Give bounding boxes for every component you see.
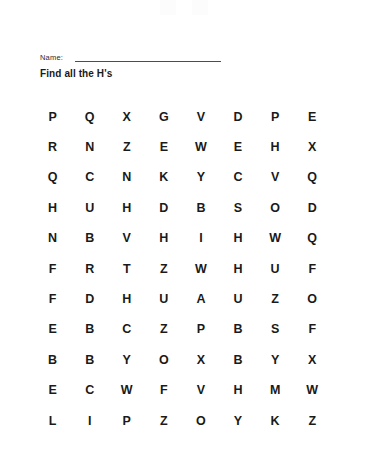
grid-cell-r8c7[interactable]: S — [257, 314, 294, 344]
grid-cell-r5c8[interactable]: Q — [294, 223, 331, 253]
grid-cell-r5c5[interactable]: I — [182, 223, 219, 253]
grid-cell-r8c2[interactable]: B — [71, 314, 108, 344]
grid-cell-r1c6[interactable]: D — [219, 102, 256, 132]
grid-cell-r6c3[interactable]: T — [108, 253, 145, 283]
grid-cell-r4c4[interactable]: D — [145, 193, 182, 223]
grid-cell-r4c5[interactable]: B — [182, 193, 219, 223]
worksheet-page: Name: Find all the H's PQXGVDPERNZEWEHXQ… — [0, 0, 370, 476]
grid-cell-r8c6[interactable]: B — [219, 314, 256, 344]
grid-cell-r6c6[interactable]: H — [219, 253, 256, 283]
grid-cell-r5c7[interactable]: W — [257, 223, 294, 253]
faint-logo-block-right — [192, 0, 208, 15]
grid-cell-r7c5[interactable]: A — [182, 284, 219, 314]
grid-cell-r3c5[interactable]: Y — [182, 162, 219, 192]
grid-cell-r9c4[interactable]: O — [145, 345, 182, 375]
grid-cell-r9c6[interactable]: B — [219, 345, 256, 375]
grid-cell-r9c2[interactable]: B — [71, 345, 108, 375]
grid-cell-r3c2[interactable]: C — [71, 162, 108, 192]
grid-cell-r10c2[interactable]: C — [71, 375, 108, 405]
grid-cell-r11c1[interactable]: L — [34, 405, 71, 435]
grid-cell-r3c6[interactable]: C — [219, 162, 256, 192]
grid-cell-r1c4[interactable]: G — [145, 102, 182, 132]
grid-cell-r4c8[interactable]: D — [294, 193, 331, 223]
word-search-grid: PQXGVDPERNZEWEHXQCNKYCVQHUHDBSODNBVHIHWQ… — [34, 102, 331, 436]
grid-cell-r11c5[interactable]: O — [182, 405, 219, 435]
grid-cell-r7c7[interactable]: Z — [257, 284, 294, 314]
grid-cell-r11c7[interactable]: K — [257, 405, 294, 435]
name-input-line[interactable] — [75, 61, 221, 62]
grid-cell-r2c1[interactable]: R — [34, 132, 71, 162]
name-label: Name: — [40, 53, 63, 62]
grid-cell-r8c1[interactable]: E — [34, 314, 71, 344]
grid-cell-r6c5[interactable]: W — [182, 253, 219, 283]
grid-cell-r2c6[interactable]: E — [219, 132, 256, 162]
grid-cell-r5c2[interactable]: B — [71, 223, 108, 253]
grid-cell-r6c1[interactable]: F — [34, 253, 71, 283]
grid-cell-r6c8[interactable]: F — [294, 253, 331, 283]
grid-cell-r4c1[interactable]: H — [34, 193, 71, 223]
grid-cell-r9c5[interactable]: X — [182, 345, 219, 375]
grid-cell-r3c8[interactable]: Q — [294, 162, 331, 192]
grid-cell-r10c1[interactable]: E — [34, 375, 71, 405]
grid-cell-r10c4[interactable]: F — [145, 375, 182, 405]
grid-cell-r7c3[interactable]: H — [108, 284, 145, 314]
grid-cell-r10c3[interactable]: W — [108, 375, 145, 405]
grid-cell-r10c5[interactable]: V — [182, 375, 219, 405]
grid-cell-r3c1[interactable]: Q — [34, 162, 71, 192]
grid-cell-r10c6[interactable]: H — [219, 375, 256, 405]
faint-logo-block-left — [160, 0, 176, 15]
grid-cell-r4c7[interactable]: O — [257, 193, 294, 223]
grid-cell-r5c3[interactable]: V — [108, 223, 145, 253]
grid-cell-r11c8[interactable]: Z — [294, 405, 331, 435]
grid-cell-r5c4[interactable]: H — [145, 223, 182, 253]
grid-cell-r8c5[interactable]: P — [182, 314, 219, 344]
grid-cell-r6c2[interactable]: R — [71, 253, 108, 283]
grid-cell-r5c1[interactable]: N — [34, 223, 71, 253]
grid-cell-r2c2[interactable]: N — [71, 132, 108, 162]
grid-cell-r11c2[interactable]: I — [71, 405, 108, 435]
grid-cell-r7c8[interactable]: O — [294, 284, 331, 314]
grid-cell-r8c8[interactable]: F — [294, 314, 331, 344]
instruction-text: Find all the H's — [40, 68, 112, 79]
grid-cell-r4c2[interactable]: U — [71, 193, 108, 223]
grid-cell-r2c3[interactable]: Z — [108, 132, 145, 162]
grid-cell-r7c6[interactable]: U — [219, 284, 256, 314]
grid-cell-r3c7[interactable]: V — [257, 162, 294, 192]
grid-cell-r6c7[interactable]: U — [257, 253, 294, 283]
grid-cell-r1c5[interactable]: V — [182, 102, 219, 132]
grid-cell-r11c6[interactable]: Y — [219, 405, 256, 435]
grid-cell-r10c7[interactable]: M — [257, 375, 294, 405]
grid-cell-r11c4[interactable]: Z — [145, 405, 182, 435]
grid-cell-r9c8[interactable]: X — [294, 345, 331, 375]
grid-cell-r11c3[interactable]: P — [108, 405, 145, 435]
grid-cell-r2c5[interactable]: W — [182, 132, 219, 162]
grid-cell-r3c3[interactable]: N — [108, 162, 145, 192]
grid-cell-r5c6[interactable]: H — [219, 223, 256, 253]
grid-cell-r9c3[interactable]: Y — [108, 345, 145, 375]
grid-cell-r9c7[interactable]: Y — [257, 345, 294, 375]
grid-cell-r2c4[interactable]: E — [145, 132, 182, 162]
grid-cell-r8c4[interactable]: Z — [145, 314, 182, 344]
grid-cell-r1c8[interactable]: E — [294, 102, 331, 132]
grid-cell-r8c3[interactable]: C — [108, 314, 145, 344]
grid-cell-r1c1[interactable]: P — [34, 102, 71, 132]
grid-cell-r2c8[interactable]: X — [294, 132, 331, 162]
grid-cell-r1c3[interactable]: X — [108, 102, 145, 132]
grid-cell-r9c1[interactable]: B — [34, 345, 71, 375]
grid-cell-r4c3[interactable]: H — [108, 193, 145, 223]
grid-cell-r1c2[interactable]: Q — [71, 102, 108, 132]
grid-cell-r7c2[interactable]: D — [71, 284, 108, 314]
grid-cell-r3c4[interactable]: K — [145, 162, 182, 192]
grid-cell-r7c4[interactable]: U — [145, 284, 182, 314]
name-row: Name: — [40, 46, 63, 62]
grid-cell-r10c8[interactable]: W — [294, 375, 331, 405]
grid-cell-r2c7[interactable]: H — [257, 132, 294, 162]
grid-cell-r1c7[interactable]: P — [257, 102, 294, 132]
grid-cell-r6c4[interactable]: Z — [145, 253, 182, 283]
grid-cell-r4c6[interactable]: S — [219, 193, 256, 223]
grid-cell-r7c1[interactable]: F — [34, 284, 71, 314]
